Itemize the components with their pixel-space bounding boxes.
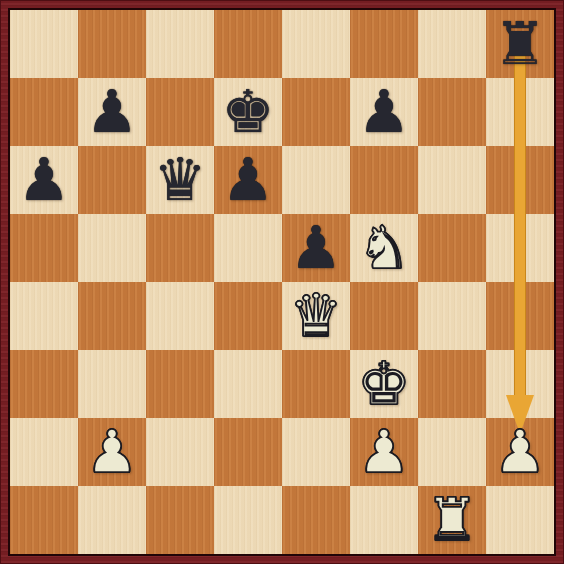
- square-g3[interactable]: [418, 350, 486, 418]
- square-c8[interactable]: [146, 10, 214, 78]
- square-f1[interactable]: [350, 486, 418, 554]
- piece-white-pawn-b2[interactable]: ♟: [78, 418, 146, 486]
- piece-black-pawn-a6[interactable]: ♟: [10, 146, 78, 214]
- square-c4[interactable]: [146, 282, 214, 350]
- square-a3[interactable]: [10, 350, 78, 418]
- piece-black-pawn-f7[interactable]: ♟: [350, 78, 418, 146]
- piece-black-king-d7[interactable]: ♚: [214, 78, 282, 146]
- square-g6[interactable]: [418, 146, 486, 214]
- piece-black-rook-h8[interactable]: ♜: [486, 10, 554, 78]
- square-d1[interactable]: [214, 486, 282, 554]
- square-a5[interactable]: [10, 214, 78, 282]
- square-a1[interactable]: [10, 486, 78, 554]
- square-c1[interactable]: [146, 486, 214, 554]
- square-a4[interactable]: [10, 282, 78, 350]
- piece-black-pawn-d6[interactable]: ♟: [214, 146, 282, 214]
- square-d2[interactable]: [214, 418, 282, 486]
- piece-black-pawn-e5[interactable]: ♟: [282, 214, 350, 282]
- square-g8[interactable]: [418, 10, 486, 78]
- piece-white-pawn-f2[interactable]: ♟: [350, 418, 418, 486]
- square-e6[interactable]: [282, 146, 350, 214]
- square-b3[interactable]: [78, 350, 146, 418]
- square-h1[interactable]: [486, 486, 554, 554]
- square-c3[interactable]: [146, 350, 214, 418]
- square-e2[interactable]: [282, 418, 350, 486]
- square-d8[interactable]: [214, 10, 282, 78]
- square-d4[interactable]: [214, 282, 282, 350]
- piece-white-pawn-h2[interactable]: ♟: [486, 418, 554, 486]
- square-e3[interactable]: [282, 350, 350, 418]
- piece-black-queen-c6[interactable]: ♛: [146, 146, 214, 214]
- square-a8[interactable]: [10, 10, 78, 78]
- square-g7[interactable]: [418, 78, 486, 146]
- piece-black-pawn-b7[interactable]: ♟: [78, 78, 146, 146]
- square-h5[interactable]: [486, 214, 554, 282]
- square-e8[interactable]: [282, 10, 350, 78]
- board-frame: ♜♟♚♟♟♛♟♟♞♛♚♟♟♟♜: [0, 0, 564, 564]
- square-b8[interactable]: [78, 10, 146, 78]
- square-f4[interactable]: [350, 282, 418, 350]
- square-c2[interactable]: [146, 418, 214, 486]
- square-e7[interactable]: [282, 78, 350, 146]
- square-d3[interactable]: [214, 350, 282, 418]
- square-b6[interactable]: [78, 146, 146, 214]
- square-h6[interactable]: [486, 146, 554, 214]
- piece-white-king-f3[interactable]: ♚: [350, 350, 418, 418]
- square-f6[interactable]: [350, 146, 418, 214]
- square-d5[interactable]: [214, 214, 282, 282]
- square-e1[interactable]: [282, 486, 350, 554]
- square-g2[interactable]: [418, 418, 486, 486]
- square-h3[interactable]: [486, 350, 554, 418]
- square-h7[interactable]: [486, 78, 554, 146]
- piece-white-rook-g1[interactable]: ♜: [418, 486, 486, 554]
- piece-white-knight-f5[interactable]: ♞: [350, 214, 418, 282]
- square-a2[interactable]: [10, 418, 78, 486]
- square-b5[interactable]: [78, 214, 146, 282]
- square-f8[interactable]: [350, 10, 418, 78]
- piece-white-queen-e4[interactable]: ♛: [282, 282, 350, 350]
- square-a7[interactable]: [10, 78, 78, 146]
- square-g4[interactable]: [418, 282, 486, 350]
- square-c7[interactable]: [146, 78, 214, 146]
- square-b1[interactable]: [78, 486, 146, 554]
- square-c5[interactable]: [146, 214, 214, 282]
- board-wrap: ♜♟♚♟♟♛♟♟♞♛♚♟♟♟♜: [8, 8, 556, 556]
- square-g5[interactable]: [418, 214, 486, 282]
- square-b4[interactable]: [78, 282, 146, 350]
- square-h4[interactable]: [486, 282, 554, 350]
